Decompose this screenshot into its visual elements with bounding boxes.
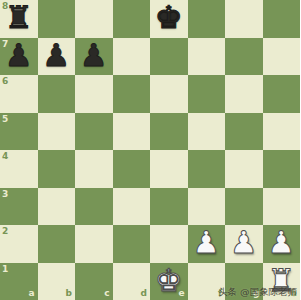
- piece-white-king[interactable]: ♚: [155, 265, 183, 296]
- file-label-b: b: [66, 289, 72, 298]
- square-h4[interactable]: [263, 150, 301, 188]
- square-b6[interactable]: [38, 75, 76, 113]
- square-g3[interactable]: [225, 188, 263, 226]
- piece-white-pawn[interactable]: ♟: [192, 227, 220, 258]
- square-h7[interactable]: [263, 38, 301, 76]
- piece-black-pawn[interactable]: ♟: [42, 40, 70, 71]
- square-e7[interactable]: [150, 38, 188, 76]
- square-b5[interactable]: [38, 113, 76, 151]
- square-h6[interactable]: [263, 75, 301, 113]
- square-g4[interactable]: [225, 150, 263, 188]
- square-b1[interactable]: b: [38, 263, 76, 300]
- square-a3[interactable]: 3: [0, 188, 38, 226]
- square-b3[interactable]: [38, 188, 76, 226]
- file-label-g: g: [253, 289, 259, 298]
- square-c6[interactable]: [75, 75, 113, 113]
- rank-label-3: 3: [2, 190, 8, 199]
- square-a1[interactable]: 1a: [0, 263, 38, 300]
- rank-label-1: 1: [2, 265, 8, 274]
- square-a6[interactable]: 6: [0, 75, 38, 113]
- chess-app: 8♜♚7♟♟♟65432♟♟♟1abcde♚fgh♜ 头条 @国象陈老师: [0, 0, 300, 300]
- square-g5[interactable]: [225, 113, 263, 151]
- square-d8[interactable]: [113, 0, 151, 38]
- square-d5[interactable]: [113, 113, 151, 151]
- square-g1[interactable]: g: [225, 263, 263, 300]
- square-b4[interactable]: [38, 150, 76, 188]
- square-b8[interactable]: [38, 0, 76, 38]
- file-label-d: d: [141, 289, 147, 298]
- piece-white-pawn[interactable]: ♟: [230, 227, 258, 258]
- file-label-a: a: [28, 289, 34, 298]
- square-e5[interactable]: [150, 113, 188, 151]
- square-h1[interactable]: h♜: [263, 263, 301, 300]
- rank-label-4: 4: [2, 152, 8, 161]
- rank-label-5: 5: [2, 115, 8, 124]
- chess-board: 8♜♚7♟♟♟65432♟♟♟1abcde♚fgh♜: [0, 0, 300, 300]
- square-e8[interactable]: ♚: [150, 0, 188, 38]
- file-label-c: c: [104, 289, 109, 298]
- square-c4[interactable]: [75, 150, 113, 188]
- square-h5[interactable]: [263, 113, 301, 151]
- square-a4[interactable]: 4: [0, 150, 38, 188]
- square-d6[interactable]: [113, 75, 151, 113]
- piece-black-king[interactable]: ♚: [155, 2, 183, 33]
- piece-black-pawn[interactable]: ♟: [80, 40, 108, 71]
- square-c1[interactable]: c: [75, 263, 113, 300]
- square-a8[interactable]: 8♜: [0, 0, 38, 38]
- square-e1[interactable]: e♚: [150, 263, 188, 300]
- square-a2[interactable]: 2: [0, 225, 38, 263]
- square-e2[interactable]: [150, 225, 188, 263]
- square-d7[interactable]: [113, 38, 151, 76]
- square-b7[interactable]: ♟: [38, 38, 76, 76]
- square-a5[interactable]: 5: [0, 113, 38, 151]
- square-f5[interactable]: [188, 113, 226, 151]
- square-b2[interactable]: [38, 225, 76, 263]
- square-f1[interactable]: f: [188, 263, 226, 300]
- square-d4[interactable]: [113, 150, 151, 188]
- rank-label-2: 2: [2, 227, 8, 236]
- square-f8[interactable]: [188, 0, 226, 38]
- square-f3[interactable]: [188, 188, 226, 226]
- square-d3[interactable]: [113, 188, 151, 226]
- rank-label-6: 6: [2, 77, 8, 86]
- square-g8[interactable]: [225, 0, 263, 38]
- square-c8[interactable]: [75, 0, 113, 38]
- square-c3[interactable]: [75, 188, 113, 226]
- square-e6[interactable]: [150, 75, 188, 113]
- square-f7[interactable]: [188, 38, 226, 76]
- square-f6[interactable]: [188, 75, 226, 113]
- square-a7[interactable]: 7♟: [0, 38, 38, 76]
- square-f4[interactable]: [188, 150, 226, 188]
- square-c5[interactable]: [75, 113, 113, 151]
- piece-black-rook[interactable]: ♜: [5, 2, 33, 33]
- square-d2[interactable]: [113, 225, 151, 263]
- square-e4[interactable]: [150, 150, 188, 188]
- square-c2[interactable]: [75, 225, 113, 263]
- square-h3[interactable]: [263, 188, 301, 226]
- file-label-f: f: [218, 289, 222, 298]
- piece-white-rook[interactable]: ♜: [267, 265, 295, 296]
- square-h2[interactable]: ♟: [263, 225, 301, 263]
- square-d1[interactable]: d: [113, 263, 151, 300]
- piece-black-pawn[interactable]: ♟: [5, 40, 33, 71]
- square-f2[interactable]: ♟: [188, 225, 226, 263]
- square-c7[interactable]: ♟: [75, 38, 113, 76]
- square-e3[interactable]: [150, 188, 188, 226]
- square-g6[interactable]: [225, 75, 263, 113]
- square-g7[interactable]: [225, 38, 263, 76]
- piece-white-pawn[interactable]: ♟: [267, 227, 295, 258]
- square-g2[interactable]: ♟: [225, 225, 263, 263]
- square-h8[interactable]: [263, 0, 301, 38]
